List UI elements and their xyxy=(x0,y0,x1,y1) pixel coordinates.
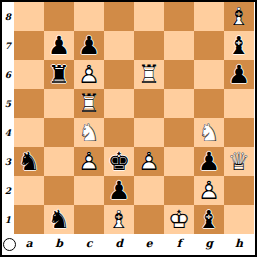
square-a5 xyxy=(14,89,44,118)
piece-black-knight: ♞ xyxy=(18,149,40,174)
piece-white-pawn: ♙ xyxy=(138,149,160,174)
rank-label-3: 3 xyxy=(2,147,14,176)
piece-white-rook: ♖ xyxy=(78,91,100,116)
square-f8 xyxy=(164,2,194,31)
square-d8 xyxy=(104,2,134,31)
piece-white-pawn: ♙ xyxy=(78,62,100,87)
piece-black-bishop: ♝ xyxy=(228,33,250,58)
piece-black-pawn: ♟ xyxy=(198,149,220,174)
rank-label-1: 1 xyxy=(2,205,14,234)
file-label-e: e xyxy=(134,234,164,253)
square-f6 xyxy=(164,60,194,89)
chess-board: ♝♗♟♟♝♜♟♙♜♖♟♜♖♞♘♞♘♞♟♙♚♟♙♟♛♕♟♟♙♞♝♗♚♔♝ xyxy=(14,2,254,234)
square-b5 xyxy=(44,89,74,118)
file-label-a: a xyxy=(14,234,44,253)
square-g6 xyxy=(194,60,224,89)
square-f7 xyxy=(164,31,194,60)
file-labels: abcdefgh xyxy=(14,234,254,253)
square-e8 xyxy=(134,2,164,31)
square-c8 xyxy=(74,2,104,31)
rank-label-6: 6 xyxy=(2,60,14,89)
square-f3 xyxy=(164,147,194,176)
square-h4 xyxy=(224,118,254,147)
square-g2: ♟♙ xyxy=(194,176,224,205)
square-d5 xyxy=(104,89,134,118)
piece-black-pawn: ♟ xyxy=(108,178,130,203)
square-h8: ♝♗ xyxy=(224,2,254,31)
square-h6: ♟ xyxy=(224,60,254,89)
square-a2 xyxy=(14,176,44,205)
rank-label-4: 4 xyxy=(2,118,14,147)
piece-black-pawn: ♟ xyxy=(228,62,250,87)
square-b7: ♟ xyxy=(44,31,74,60)
square-d3: ♚ xyxy=(104,147,134,176)
piece-black-pawn: ♟ xyxy=(78,33,100,58)
piece-black-bishop: ♝ xyxy=(198,207,220,232)
rank-label-7: 7 xyxy=(2,31,14,60)
piece-white-king: ♔ xyxy=(168,207,190,232)
piece-black-rook: ♜ xyxy=(48,62,70,87)
file-label-g: g xyxy=(194,234,224,253)
square-b1: ♞ xyxy=(44,205,74,234)
square-d7 xyxy=(104,31,134,60)
piece-white-pawn: ♙ xyxy=(198,178,220,203)
square-c4: ♞♘ xyxy=(74,118,104,147)
piece-black-pawn: ♟ xyxy=(48,33,70,58)
square-b8 xyxy=(44,2,74,31)
rank-label-2: 2 xyxy=(2,176,14,205)
square-c6: ♟♙ xyxy=(74,60,104,89)
square-f4 xyxy=(164,118,194,147)
square-h7: ♝ xyxy=(224,31,254,60)
piece-white-rook: ♖ xyxy=(138,62,160,87)
file-label-b: b xyxy=(44,234,74,253)
rank-label-8: 8 xyxy=(2,2,14,31)
square-h3: ♛♕ xyxy=(224,147,254,176)
square-h5 xyxy=(224,89,254,118)
square-a7 xyxy=(14,31,44,60)
square-b4 xyxy=(44,118,74,147)
piece-white-pawn: ♙ xyxy=(78,149,100,174)
file-label-d: d xyxy=(104,234,134,253)
piece-white-knight: ♘ xyxy=(78,120,100,145)
square-a4 xyxy=(14,118,44,147)
square-g7 xyxy=(194,31,224,60)
square-c1 xyxy=(74,205,104,234)
square-f1: ♚♔ xyxy=(164,205,194,234)
file-label-f: f xyxy=(164,234,194,253)
turn-indicator-white-circle xyxy=(3,238,16,251)
square-f5 xyxy=(164,89,194,118)
square-b6: ♜ xyxy=(44,60,74,89)
square-e5 xyxy=(134,89,164,118)
square-c7: ♟ xyxy=(74,31,104,60)
square-d2: ♟ xyxy=(104,176,134,205)
square-c2 xyxy=(74,176,104,205)
file-label-c: c xyxy=(74,234,104,253)
square-d1: ♝♗ xyxy=(104,205,134,234)
piece-black-king: ♚ xyxy=(108,149,130,174)
square-e2 xyxy=(134,176,164,205)
square-g8 xyxy=(194,2,224,31)
square-g4: ♞♘ xyxy=(194,118,224,147)
chess-diagram: 87654321 ♝♗♟♟♝♜♟♙♜♖♟♜♖♞♘♞♘♞♟♙♚♟♙♟♛♕♟♟♙♞♝… xyxy=(0,0,257,257)
square-h2 xyxy=(224,176,254,205)
square-g3: ♟ xyxy=(194,147,224,176)
square-h1 xyxy=(224,205,254,234)
rank-label-5: 5 xyxy=(2,89,14,118)
square-b2 xyxy=(44,176,74,205)
square-e4 xyxy=(134,118,164,147)
piece-white-bishop: ♗ xyxy=(108,207,130,232)
square-e3: ♟♙ xyxy=(134,147,164,176)
square-g5 xyxy=(194,89,224,118)
square-a3: ♞ xyxy=(14,147,44,176)
square-b3 xyxy=(44,147,74,176)
rank-labels: 87654321 xyxy=(2,2,14,234)
square-c3: ♟♙ xyxy=(74,147,104,176)
square-e1 xyxy=(134,205,164,234)
square-a1 xyxy=(14,205,44,234)
square-c5: ♜♖ xyxy=(74,89,104,118)
square-a8 xyxy=(14,2,44,31)
square-d4 xyxy=(104,118,134,147)
square-g1: ♝ xyxy=(194,205,224,234)
file-label-h: h xyxy=(224,234,254,253)
square-a6 xyxy=(14,60,44,89)
square-e7 xyxy=(134,31,164,60)
piece-black-knight: ♞ xyxy=(48,207,70,232)
piece-white-knight: ♘ xyxy=(198,120,220,145)
square-f2 xyxy=(164,176,194,205)
piece-white-queen: ♕ xyxy=(228,149,250,174)
piece-white-bishop: ♗ xyxy=(228,4,250,29)
square-d6 xyxy=(104,60,134,89)
square-e6: ♜♖ xyxy=(134,60,164,89)
